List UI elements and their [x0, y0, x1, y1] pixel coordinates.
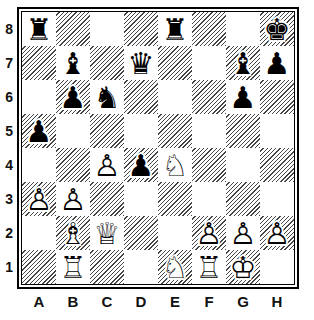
square-f1: ♜♖	[192, 250, 226, 284]
square-d7: ♛♛	[124, 46, 158, 80]
file-label-f: F	[192, 293, 226, 310]
piece-glyph: ♔	[226, 250, 260, 284]
square-b7: ♝♝	[56, 46, 90, 80]
square-c1	[90, 250, 124, 284]
piece-white-bishop: ♝♗	[56, 216, 90, 250]
piece-black-king: ♚♚	[260, 12, 294, 46]
piece-white-pawn: ♟♙	[226, 216, 260, 250]
piece-glyph: ♙	[22, 182, 56, 216]
square-f4	[192, 148, 226, 182]
square-d6	[124, 80, 158, 114]
square-g2: ♟♙	[226, 216, 260, 250]
square-g1: ♚♔	[226, 250, 260, 284]
piece-glyph: ♚	[260, 12, 294, 46]
chess-board: ♜♜♜♜♚♚♝♝♛♛♝♝♟♟♟♟♞♞♟♟♟♟♟♙♟♟♞♘♟♙♟♙♝♗♛♕♟♙♟♙…	[22, 12, 294, 284]
piece-glyph: ♟	[124, 148, 158, 182]
square-f2: ♟♙	[192, 216, 226, 250]
board-border: ♜♜♜♜♚♚♝♝♛♛♝♝♟♟♟♟♞♞♟♟♟♟♟♙♟♟♞♘♟♙♟♙♝♗♛♕♟♙♟♙…	[17, 7, 299, 289]
square-g4	[226, 148, 260, 182]
piece-glyph: ♙	[260, 216, 294, 250]
piece-white-queen: ♛♕	[90, 216, 124, 250]
square-c3	[90, 182, 124, 216]
rank-label-3: 3	[0, 182, 17, 216]
file-labels: ABCDEFGH	[22, 293, 294, 310]
rank-label-8: 8	[0, 12, 17, 46]
square-b2: ♝♗	[56, 216, 90, 250]
piece-glyph: ♞	[90, 80, 124, 114]
piece-black-pawn: ♟♟	[56, 80, 90, 114]
square-d8	[124, 12, 158, 46]
file-label-e: E	[158, 293, 192, 310]
piece-black-bishop: ♝♝	[226, 46, 260, 80]
square-a5: ♟♟	[22, 114, 56, 148]
rank-label-4: 4	[0, 148, 17, 182]
chess-diagram: 87654321 ♜♜♜♜♚♚♝♝♛♛♝♝♟♟♟♟♞♞♟♟♟♟♟♙♟♟♞♘♟♙♟…	[0, 7, 299, 310]
square-b6: ♟♟	[56, 80, 90, 114]
file-label-d: D	[124, 293, 158, 310]
piece-glyph: ♖	[56, 250, 90, 284]
piece-glyph: ♟	[260, 46, 294, 80]
piece-white-pawn: ♟♙	[192, 216, 226, 250]
square-d5	[124, 114, 158, 148]
square-a4	[22, 148, 56, 182]
rank-label-5: 5	[0, 114, 17, 148]
piece-black-rook: ♜♜	[158, 12, 192, 46]
square-b5	[56, 114, 90, 148]
chess-diagram-page: 87654321 ♜♜♜♜♚♚♝♝♛♛♝♝♟♟♟♟♞♞♟♟♟♟♟♙♟♟♞♘♟♙♟…	[0, 0, 314, 320]
square-e2	[158, 216, 192, 250]
square-f3	[192, 182, 226, 216]
square-e6	[158, 80, 192, 114]
square-a8: ♜♜	[22, 12, 56, 46]
rank-labels: 87654321	[0, 7, 17, 284]
square-h1	[260, 250, 294, 284]
square-e3	[158, 182, 192, 216]
square-h6	[260, 80, 294, 114]
piece-glyph: ♝	[56, 46, 90, 80]
square-a1	[22, 250, 56, 284]
piece-black-pawn: ♟♟	[260, 46, 294, 80]
square-c7	[90, 46, 124, 80]
square-e7	[158, 46, 192, 80]
piece-black-pawn: ♟♟	[226, 80, 260, 114]
piece-glyph: ♖	[192, 250, 226, 284]
square-g6: ♟♟	[226, 80, 260, 114]
piece-white-knight: ♞♘	[158, 250, 192, 284]
piece-black-bishop: ♝♝	[56, 46, 90, 80]
piece-black-pawn: ♟♟	[124, 148, 158, 182]
square-f8	[192, 12, 226, 46]
piece-glyph: ♝	[226, 46, 260, 80]
piece-glyph: ♙	[226, 216, 260, 250]
rank-label-6: 6	[0, 80, 17, 114]
piece-black-knight: ♞♞	[90, 80, 124, 114]
rank-label-7: 7	[0, 46, 17, 80]
square-g5	[226, 114, 260, 148]
piece-glyph: ♗	[56, 216, 90, 250]
piece-glyph: ♟	[56, 80, 90, 114]
piece-white-pawn: ♟♙	[56, 182, 90, 216]
piece-glyph: ♙	[192, 216, 226, 250]
piece-white-rook: ♜♖	[56, 250, 90, 284]
piece-glyph: ♜	[158, 12, 192, 46]
piece-glyph: ♟	[22, 114, 56, 148]
file-label-c: C	[90, 293, 124, 310]
piece-white-pawn: ♟♙	[260, 216, 294, 250]
file-label-h: H	[260, 293, 294, 310]
piece-glyph: ♙	[90, 148, 124, 182]
square-c6: ♞♞	[90, 80, 124, 114]
piece-white-rook: ♜♖	[192, 250, 226, 284]
piece-glyph: ♜	[22, 12, 56, 46]
square-e5	[158, 114, 192, 148]
square-h7: ♟♟	[260, 46, 294, 80]
square-b3: ♟♙	[56, 182, 90, 216]
file-labels-spacer	[0, 293, 22, 310]
rank-label-2: 2	[0, 216, 17, 250]
square-h8: ♚♚	[260, 12, 294, 46]
piece-white-pawn: ♟♙	[22, 182, 56, 216]
square-e8: ♜♜	[158, 12, 192, 46]
square-c2: ♛♕	[90, 216, 124, 250]
piece-glyph: ♟	[226, 80, 260, 114]
piece-black-pawn: ♟♟	[22, 114, 56, 148]
square-h4	[260, 148, 294, 182]
piece-glyph: ♙	[56, 182, 90, 216]
piece-black-queen: ♛♛	[124, 46, 158, 80]
piece-white-pawn: ♟♙	[90, 148, 124, 182]
file-label-b: B	[56, 293, 90, 310]
square-f7	[192, 46, 226, 80]
square-b8	[56, 12, 90, 46]
square-b1: ♜♖	[56, 250, 90, 284]
square-c8	[90, 12, 124, 46]
piece-white-king: ♚♔	[226, 250, 260, 284]
file-label-a: A	[22, 293, 56, 310]
square-h2: ♟♙	[260, 216, 294, 250]
piece-glyph: ♕	[90, 216, 124, 250]
square-f5	[192, 114, 226, 148]
square-c5	[90, 114, 124, 148]
square-g8	[226, 12, 260, 46]
square-c4: ♟♙	[90, 148, 124, 182]
square-a7	[22, 46, 56, 80]
file-label-g: G	[226, 293, 260, 310]
square-d2	[124, 216, 158, 250]
piece-white-knight: ♞♘	[158, 148, 192, 182]
square-d4: ♟♟	[124, 148, 158, 182]
square-e4: ♞♘	[158, 148, 192, 182]
square-a3: ♟♙	[22, 182, 56, 216]
square-b4	[56, 148, 90, 182]
square-a2	[22, 216, 56, 250]
piece-glyph: ♘	[158, 148, 192, 182]
piece-black-rook: ♜♜	[22, 12, 56, 46]
square-a6	[22, 80, 56, 114]
square-g3	[226, 182, 260, 216]
square-h3	[260, 182, 294, 216]
square-d1	[124, 250, 158, 284]
piece-glyph: ♘	[158, 250, 192, 284]
rank-label-1: 1	[0, 250, 17, 284]
piece-glyph: ♛	[124, 46, 158, 80]
square-h5	[260, 114, 294, 148]
square-e1: ♞♘	[158, 250, 192, 284]
square-g7: ♝♝	[226, 46, 260, 80]
square-f6	[192, 80, 226, 114]
square-d3	[124, 182, 158, 216]
